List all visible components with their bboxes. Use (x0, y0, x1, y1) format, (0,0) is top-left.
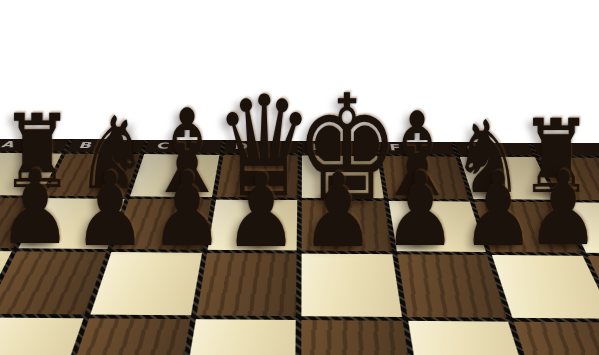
piece-black-pawn-h7[interactable]: ♟ (526, 158, 599, 260)
chess-photo-scene: ABCDEFGH ♜♞♝♛♚♝♞♜♟♟♟♟♟♟♟♟ (0, 0, 599, 355)
piece-black-pawn-a7[interactable]: ♟ (0, 157, 72, 259)
piece-black-pawn-e7[interactable]: ♟ (301, 160, 374, 262)
piece-black-pawn-b7[interactable]: ♟ (73, 159, 146, 261)
piece-black-pawn-d7[interactable]: ♟ (224, 160, 297, 262)
piece-black-pawn-f7[interactable]: ♟ (383, 159, 456, 261)
piece-black-pawn-g7[interactable]: ♟ (461, 159, 534, 261)
pieces-layer: ♜♞♝♛♚♝♞♜♟♟♟♟♟♟♟♟ (0, 0, 599, 355)
piece-black-pawn-c7[interactable]: ♟ (150, 159, 223, 261)
